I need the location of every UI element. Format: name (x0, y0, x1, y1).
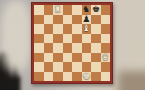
screenshot-root: ♜♞♚♟♝♛♚ (0, 0, 145, 90)
square-g3[interactable] (91, 53, 101, 63)
square-d5[interactable] (63, 34, 73, 44)
square-f5[interactable] (82, 34, 92, 44)
square-b8[interactable] (44, 5, 54, 15)
square-d7[interactable] (63, 15, 73, 25)
square-h5[interactable] (101, 34, 111, 44)
square-d8[interactable] (63, 5, 73, 15)
square-a2[interactable] (34, 62, 44, 72)
piece-black-king[interactable]: ♚ (92, 5, 100, 14)
square-h2[interactable] (101, 62, 111, 72)
square-g8[interactable]: ♚ (91, 5, 101, 15)
square-g5[interactable] (91, 34, 101, 44)
square-c8[interactable]: ♜ (53, 5, 63, 15)
square-e1[interactable] (72, 72, 82, 82)
square-h6[interactable] (101, 24, 111, 34)
square-d6[interactable] (63, 24, 73, 34)
square-c7[interactable] (53, 15, 63, 25)
square-c5[interactable] (53, 34, 63, 44)
board-grid: ♜♞♚♟♝♛♚ (34, 5, 110, 81)
square-a8[interactable] (34, 5, 44, 15)
blurred-white-piece-icon (0, 0, 32, 72)
square-d3[interactable] (63, 53, 73, 63)
square-b2[interactable] (44, 62, 54, 72)
square-b3[interactable] (44, 53, 54, 63)
chess-board[interactable]: ♜♞♚♟♝♛♚ (31, 2, 113, 84)
square-a5[interactable] (34, 34, 44, 44)
square-f1[interactable]: ♚ (82, 72, 92, 82)
square-f6[interactable]: ♝ (82, 24, 92, 34)
square-c4[interactable] (53, 43, 63, 53)
square-e2[interactable] (72, 62, 82, 72)
square-e3[interactable] (72, 53, 82, 63)
square-d2[interactable] (63, 62, 73, 72)
square-e5[interactable] (72, 34, 82, 44)
square-a7[interactable] (34, 15, 44, 25)
square-g1[interactable] (91, 72, 101, 82)
square-c6[interactable] (53, 24, 63, 34)
square-c3[interactable] (53, 53, 63, 63)
piece-white-bishop[interactable]: ♝ (82, 24, 90, 33)
square-c1[interactable] (53, 72, 63, 82)
square-b1[interactable] (44, 72, 54, 82)
square-a4[interactable] (34, 43, 44, 53)
square-a1[interactable] (34, 72, 44, 82)
square-g6[interactable] (91, 24, 101, 34)
square-f4[interactable] (82, 43, 92, 53)
square-h8[interactable] (101, 5, 111, 15)
square-b5[interactable] (44, 34, 54, 44)
square-f3[interactable] (82, 53, 92, 63)
square-h7[interactable] (101, 15, 111, 25)
square-b4[interactable] (44, 43, 54, 53)
blurred-table-corner (118, 71, 145, 90)
square-e7[interactable] (72, 15, 82, 25)
square-g4[interactable] (91, 43, 101, 53)
blurred-black-piece-icon (0, 76, 20, 90)
square-h3[interactable]: ♛ (101, 53, 111, 63)
square-c2[interactable] (53, 62, 63, 72)
square-d1[interactable] (63, 72, 73, 82)
square-e8[interactable] (72, 5, 82, 15)
square-d4[interactable] (63, 43, 73, 53)
square-g7[interactable] (91, 15, 101, 25)
square-g2[interactable] (91, 62, 101, 72)
square-h1[interactable] (101, 72, 111, 82)
square-b7[interactable] (44, 15, 54, 25)
piece-white-queen[interactable]: ♛ (101, 52, 109, 61)
square-a6[interactable] (34, 24, 44, 34)
square-b6[interactable] (44, 24, 54, 34)
square-e4[interactable] (72, 43, 82, 53)
square-e6[interactable] (72, 24, 82, 34)
square-a3[interactable] (34, 53, 44, 63)
piece-white-rook[interactable]: ♜ (54, 5, 62, 14)
piece-white-king[interactable]: ♚ (82, 71, 90, 80)
